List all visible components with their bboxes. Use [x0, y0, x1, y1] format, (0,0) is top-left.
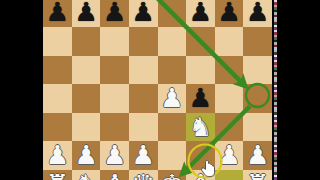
square-e7[interactable]	[158, 0, 187, 27]
square-d5[interactable]	[129, 56, 158, 85]
square-h7[interactable]: ♟	[243, 0, 272, 27]
square-g6[interactable]	[215, 27, 244, 56]
square-c4[interactable]	[100, 84, 129, 113]
piece-black-p-h7[interactable]: ♟	[243, 0, 272, 27]
square-e5[interactable]	[158, 56, 187, 85]
square-h4[interactable]	[243, 84, 272, 113]
piece-white-b-c1[interactable]: ♝	[100, 170, 129, 180]
square-d2[interactable]: ♟	[129, 141, 158, 170]
square-b7[interactable]: ♟	[72, 0, 101, 27]
video-frame: ♜♞♝♛♚♝♞♜♟♟♟♟♟♟♟♟♟♞♟♟♟♟♟♟♜♞♝♛♚♝♜	[0, 0, 320, 180]
square-d6[interactable]	[129, 27, 158, 56]
piece-white-q-d1[interactable]: ♛	[129, 170, 158, 180]
square-d7[interactable]: ♟	[129, 0, 158, 27]
piece-white-p-c2[interactable]: ♟	[100, 141, 129, 170]
square-f6[interactable]	[186, 27, 215, 56]
piece-white-p-h2[interactable]: ♟	[243, 141, 272, 170]
square-a1[interactable]: ♜	[43, 170, 72, 180]
piece-white-r-h1[interactable]: ♜	[243, 170, 272, 180]
square-b6[interactable]	[72, 27, 101, 56]
piece-white-p-e4[interactable]: ♟	[158, 84, 187, 113]
square-f4[interactable]: ♟	[186, 84, 215, 113]
square-c1[interactable]: ♝	[100, 170, 129, 180]
square-g4[interactable]	[215, 84, 244, 113]
square-h1[interactable]: ♜	[243, 170, 272, 180]
square-a3[interactable]	[43, 113, 72, 142]
piece-white-p-b2[interactable]: ♟	[72, 141, 101, 170]
piece-white-n-b1[interactable]: ♞	[72, 170, 101, 180]
square-d3[interactable]	[129, 113, 158, 142]
piece-white-p-g2[interactable]: ♟	[215, 141, 244, 170]
piece-white-k-e1[interactable]: ♚	[158, 170, 187, 180]
square-b4[interactable]	[72, 84, 101, 113]
square-h3[interactable]	[243, 113, 272, 142]
square-c3[interactable]	[100, 113, 129, 142]
square-h2[interactable]: ♟	[243, 141, 272, 170]
piece-white-n-f3[interactable]: ♞	[186, 113, 215, 142]
square-e6[interactable]	[158, 27, 187, 56]
piece-black-p-d7[interactable]: ♟	[129, 0, 158, 27]
square-g2[interactable]: ♟	[215, 141, 244, 170]
square-e4[interactable]: ♟	[158, 84, 187, 113]
square-f3[interactable]: ♞	[186, 113, 215, 142]
piece-white-p-d2[interactable]: ♟	[129, 141, 158, 170]
square-g7[interactable]: ♟	[215, 0, 244, 27]
square-f1[interactable]: ♝	[186, 170, 215, 180]
square-f2[interactable]	[186, 141, 215, 170]
piece-black-p-c7[interactable]: ♟	[100, 0, 129, 27]
square-a4[interactable]	[43, 84, 72, 113]
square-e1[interactable]: ♚	[158, 170, 187, 180]
square-h6[interactable]	[243, 27, 272, 56]
square-c5[interactable]	[100, 56, 129, 85]
square-c6[interactable]	[100, 27, 129, 56]
square-b1[interactable]: ♞	[72, 170, 101, 180]
square-g3[interactable]	[215, 113, 244, 142]
square-b3[interactable]	[72, 113, 101, 142]
square-g1[interactable]	[215, 170, 244, 180]
square-f7[interactable]: ♟	[186, 0, 215, 27]
chess-board[interactable]: ♜♞♝♛♚♝♞♜♟♟♟♟♟♟♟♟♟♞♟♟♟♟♟♟♜♞♝♛♚♝♜	[43, 0, 272, 180]
square-c7[interactable]: ♟	[100, 0, 129, 27]
square-a7[interactable]: ♟	[43, 0, 72, 27]
square-c2[interactable]: ♟	[100, 141, 129, 170]
piece-black-p-b7[interactable]: ♟	[72, 0, 101, 27]
piece-white-p-a2[interactable]: ♟	[43, 141, 72, 170]
square-a6[interactable]	[43, 27, 72, 56]
piece-black-p-f7[interactable]: ♟	[186, 0, 215, 27]
square-f5[interactable]	[186, 56, 215, 85]
square-h5[interactable]	[243, 56, 272, 85]
square-g5[interactable]	[215, 56, 244, 85]
square-b5[interactable]	[72, 56, 101, 85]
piece-black-p-g7[interactable]: ♟	[215, 0, 244, 27]
piece-white-r-a1[interactable]: ♜	[43, 170, 72, 180]
piece-black-p-f4[interactable]: ♟	[186, 84, 215, 113]
piece-white-b-f1[interactable]: ♝	[186, 170, 215, 180]
square-d1[interactable]: ♛	[129, 170, 158, 180]
square-e2[interactable]	[158, 141, 187, 170]
square-a2[interactable]: ♟	[43, 141, 72, 170]
square-b2[interactable]: ♟	[72, 141, 101, 170]
video-noise-strip	[274, 0, 277, 180]
square-a5[interactable]	[43, 56, 72, 85]
piece-black-p-a7[interactable]: ♟	[43, 0, 72, 27]
square-e3[interactable]	[158, 113, 187, 142]
square-d4[interactable]	[129, 84, 158, 113]
